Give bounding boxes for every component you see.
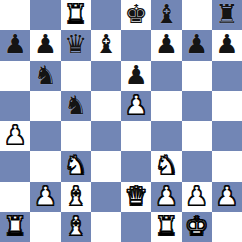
square-e5[interactable]: ♟ <box>121 91 151 121</box>
piece-white-knight[interactable]: ♞ <box>155 152 178 178</box>
square-g6[interactable] <box>182 61 212 91</box>
piece-white-rook[interactable]: ♜ <box>3 213 26 239</box>
square-f7[interactable]: ♟ <box>151 30 181 60</box>
square-e8[interactable]: ♚ <box>121 0 151 30</box>
square-b4[interactable] <box>30 121 60 151</box>
piece-black-pawn[interactable]: ♟ <box>215 31 238 57</box>
square-c2[interactable]: ♝ <box>61 182 91 212</box>
square-d8[interactable] <box>91 0 121 30</box>
square-h4[interactable] <box>212 121 242 151</box>
square-f3[interactable]: ♞ <box>151 151 181 181</box>
square-h3[interactable] <box>212 151 242 181</box>
piece-black-pawn[interactable]: ♟ <box>34 31 57 57</box>
square-e4[interactable] <box>121 121 151 151</box>
square-d2[interactable] <box>91 182 121 212</box>
square-d6[interactable] <box>91 61 121 91</box>
square-a7[interactable]: ♟ <box>0 30 30 60</box>
square-h6[interactable] <box>212 61 242 91</box>
square-e2[interactable]: ♛ <box>121 182 151 212</box>
chess-board: ♜♚♝♜♟♟♛♝♟♟♟♞♟♞♟♟♞♞♟♝♛♟♟♟♜♝♜♚ <box>0 0 242 242</box>
square-e1[interactable] <box>121 212 151 242</box>
square-b2[interactable]: ♟ <box>30 182 60 212</box>
square-a3[interactable] <box>0 151 30 181</box>
square-h5[interactable] <box>212 91 242 121</box>
piece-white-pawn[interactable]: ♟ <box>185 183 208 209</box>
square-d7[interactable]: ♝ <box>91 30 121 60</box>
piece-white-rook[interactable]: ♜ <box>64 1 87 27</box>
square-c5[interactable]: ♞ <box>61 91 91 121</box>
square-c7[interactable]: ♛ <box>61 30 91 60</box>
square-e3[interactable] <box>121 151 151 181</box>
square-g2[interactable]: ♟ <box>182 182 212 212</box>
square-c6[interactable] <box>61 61 91 91</box>
square-e6[interactable]: ♟ <box>121 61 151 91</box>
square-f2[interactable]: ♟ <box>151 182 181 212</box>
square-b1[interactable] <box>30 212 60 242</box>
square-c4[interactable] <box>61 121 91 151</box>
piece-white-pawn[interactable]: ♟ <box>215 183 238 209</box>
square-b8[interactable] <box>30 0 60 30</box>
square-a2[interactable] <box>0 182 30 212</box>
square-f6[interactable] <box>151 61 181 91</box>
square-d1[interactable] <box>91 212 121 242</box>
square-f4[interactable] <box>151 121 181 151</box>
piece-black-pawn[interactable]: ♟ <box>155 31 178 57</box>
piece-black-pawn[interactable]: ♟ <box>124 62 147 88</box>
piece-white-pawn[interactable]: ♟ <box>3 122 26 148</box>
square-f8[interactable]: ♝ <box>151 0 181 30</box>
piece-black-rook[interactable]: ♜ <box>215 1 238 27</box>
square-g7[interactable]: ♟ <box>182 30 212 60</box>
square-g8[interactable] <box>182 0 212 30</box>
piece-black-bishop[interactable]: ♝ <box>155 1 178 27</box>
piece-white-pawn[interactable]: ♟ <box>34 183 57 209</box>
square-g3[interactable] <box>182 151 212 181</box>
square-d4[interactable] <box>91 121 121 151</box>
piece-black-bishop[interactable]: ♝ <box>94 31 117 57</box>
square-c1[interactable]: ♝ <box>61 212 91 242</box>
square-b7[interactable]: ♟ <box>30 30 60 60</box>
square-g4[interactable] <box>182 121 212 151</box>
square-c3[interactable]: ♞ <box>61 151 91 181</box>
square-g1[interactable]: ♚ <box>182 212 212 242</box>
piece-white-pawn[interactable]: ♟ <box>155 183 178 209</box>
square-c8[interactable]: ♜ <box>61 0 91 30</box>
square-h8[interactable]: ♜ <box>212 0 242 30</box>
square-e7[interactable] <box>121 30 151 60</box>
square-f5[interactable] <box>151 91 181 121</box>
square-d5[interactable] <box>91 91 121 121</box>
piece-white-king[interactable]: ♚ <box>185 213 208 239</box>
square-g5[interactable] <box>182 91 212 121</box>
square-a1[interactable]: ♜ <box>0 212 30 242</box>
piece-white-bishop[interactable]: ♝ <box>64 213 87 239</box>
piece-white-pawn[interactable]: ♟ <box>124 92 147 118</box>
piece-black-pawn[interactable]: ♟ <box>3 31 26 57</box>
piece-black-knight[interactable]: ♞ <box>64 92 87 118</box>
piece-black-queen[interactable]: ♛ <box>64 31 87 57</box>
square-h7[interactable]: ♟ <box>212 30 242 60</box>
piece-white-knight[interactable]: ♞ <box>64 152 87 178</box>
square-b6[interactable]: ♞ <box>30 61 60 91</box>
square-a8[interactable] <box>0 0 30 30</box>
square-a5[interactable] <box>0 91 30 121</box>
piece-black-king[interactable]: ♚ <box>124 1 147 27</box>
square-h1[interactable] <box>212 212 242 242</box>
square-b5[interactable] <box>30 91 60 121</box>
square-d3[interactable] <box>91 151 121 181</box>
square-f1[interactable]: ♜ <box>151 212 181 242</box>
square-a4[interactable]: ♟ <box>0 121 30 151</box>
piece-white-queen[interactable]: ♛ <box>124 183 147 209</box>
square-b3[interactable] <box>30 151 60 181</box>
square-a6[interactable] <box>0 61 30 91</box>
piece-black-knight[interactable]: ♞ <box>34 62 57 88</box>
square-h2[interactable]: ♟ <box>212 182 242 212</box>
piece-black-pawn[interactable]: ♟ <box>185 31 208 57</box>
piece-white-rook[interactable]: ♜ <box>155 213 178 239</box>
piece-white-bishop[interactable]: ♝ <box>64 183 87 209</box>
